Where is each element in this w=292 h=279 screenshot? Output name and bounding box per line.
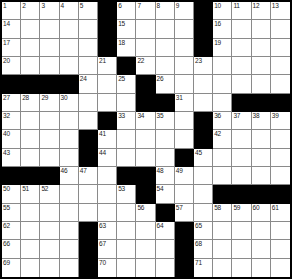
cell-6-2[interactable]: 28 — [21, 94, 40, 112]
cell-7-8[interactable]: 34 — [136, 112, 155, 130]
cell-14-1[interactable]: 66 — [2, 240, 21, 258]
clue-number: 2 — [22, 2, 25, 10]
clue-number: 14 — [3, 20, 10, 28]
clue-number: 39 — [272, 112, 279, 120]
cell-3-3[interactable] — [40, 39, 59, 57]
cell-7-14[interactable]: 38 — [252, 112, 271, 130]
cell-9-14[interactable] — [252, 149, 271, 167]
cell-4-8[interactable]: 22 — [136, 57, 155, 75]
cell-2-5[interactable] — [79, 20, 98, 38]
cell-8-4[interactable] — [60, 130, 79, 148]
cell-8-6[interactable]: 41 — [98, 130, 117, 148]
cell-4-11[interactable]: 23 — [194, 57, 213, 75]
cell-5-9[interactable]: 26 — [156, 75, 175, 93]
cell-8-3[interactable] — [40, 130, 59, 148]
cell-8-7[interactable] — [117, 130, 136, 148]
cell-15-12[interactable] — [213, 259, 232, 277]
cell-7-2[interactable] — [21, 112, 40, 130]
cell-10-5[interactable]: 47 — [79, 167, 98, 185]
cell-9-2[interactable] — [21, 149, 40, 167]
cell-12-11[interactable] — [194, 204, 213, 222]
cell-5-15[interactable] — [271, 75, 290, 93]
cell-6-7[interactable] — [117, 94, 136, 112]
clue-number: 25 — [118, 75, 125, 83]
cell-15-7[interactable] — [117, 259, 136, 277]
black-cell-10-7 — [117, 167, 136, 185]
cell-3-15[interactable] — [271, 39, 290, 57]
cell-4-1[interactable]: 20 — [2, 57, 21, 75]
black-cell-5-4 — [60, 75, 79, 93]
cell-2-3[interactable] — [40, 20, 59, 38]
clue-number: 57 — [176, 204, 183, 212]
cell-11-2[interactable]: 51 — [21, 185, 40, 203]
black-cell-9-5 — [79, 149, 98, 167]
clue-number: 12 — [253, 2, 260, 10]
cell-7-9[interactable]: 35 — [156, 112, 175, 130]
cell-12-12[interactable]: 58 — [213, 204, 232, 222]
clue-number: 46 — [61, 167, 68, 175]
cell-14-7[interactable] — [117, 240, 136, 258]
cell-15-2[interactable] — [21, 259, 40, 277]
clue-number: 28 — [22, 94, 29, 102]
cell-11-4[interactable] — [60, 185, 79, 203]
cell-9-6[interactable]: 44 — [98, 149, 117, 167]
clue-number: 61 — [272, 204, 279, 212]
cell-2-4[interactable] — [60, 20, 79, 38]
clue-number: 26 — [157, 75, 164, 83]
cell-1-13[interactable]: 11 — [232, 2, 251, 20]
clue-number: 15 — [118, 20, 125, 28]
cell-4-5[interactable] — [79, 57, 98, 75]
clue-number: 48 — [157, 167, 164, 175]
black-cell-3-11 — [194, 39, 213, 57]
clue-number: 66 — [3, 240, 10, 248]
cell-4-9[interactable] — [156, 57, 175, 75]
clue-number: 4 — [61, 2, 64, 10]
clue-number: 45 — [195, 149, 202, 157]
cell-3-12[interactable]: 19 — [213, 39, 232, 57]
cell-9-3[interactable] — [40, 149, 59, 167]
cell-12-15[interactable]: 61 — [271, 204, 290, 222]
cell-7-4[interactable] — [60, 112, 79, 130]
cell-4-6[interactable]: 21 — [98, 57, 117, 75]
black-cell-15-5 — [79, 259, 98, 277]
black-cell-8-5 — [79, 130, 98, 148]
cell-8-8[interactable] — [136, 130, 155, 148]
clue-number: 58 — [214, 204, 221, 212]
cell-5-14[interactable] — [252, 75, 271, 93]
cell-14-13[interactable] — [232, 240, 251, 258]
black-cell-11-8 — [136, 185, 155, 203]
black-cell-13-5 — [79, 222, 98, 240]
black-cell-12-9 — [156, 204, 175, 222]
cell-15-11[interactable]: 71 — [194, 259, 213, 277]
cell-15-4[interactable] — [60, 259, 79, 277]
cell-13-12[interactable] — [213, 222, 232, 240]
cell-8-12[interactable]: 42 — [213, 130, 232, 148]
cell-4-2[interactable] — [21, 57, 40, 75]
cell-1-14[interactable]: 12 — [252, 2, 271, 20]
cell-12-6[interactable] — [98, 204, 117, 222]
cell-13-11[interactable]: 65 — [194, 222, 213, 240]
black-cell-14-5 — [79, 240, 98, 258]
cell-11-7[interactable]: 53 — [117, 185, 136, 203]
cell-10-11[interactable] — [194, 167, 213, 185]
clue-number: 18 — [118, 39, 125, 47]
cell-6-5[interactable] — [79, 94, 98, 112]
clue-number: 65 — [195, 222, 202, 230]
cell-10-6[interactable] — [98, 167, 117, 185]
cell-8-1[interactable]: 40 — [2, 130, 21, 148]
clue-number: 55 — [3, 204, 10, 212]
black-cell-1-6 — [98, 2, 117, 20]
clue-number: 24 — [80, 75, 87, 83]
cell-2-8[interactable] — [136, 20, 155, 38]
cell-2-10[interactable] — [175, 20, 194, 38]
clue-number: 36 — [214, 112, 221, 120]
cell-15-6[interactable]: 70 — [98, 259, 117, 277]
black-cell-6-14 — [252, 94, 271, 112]
cell-14-11[interactable]: 68 — [194, 240, 213, 258]
cell-14-2[interactable] — [21, 240, 40, 258]
clue-number: 47 — [80, 167, 87, 175]
cell-2-7[interactable]: 15 — [117, 20, 136, 38]
clue-number: 20 — [3, 57, 10, 65]
cell-5-7[interactable]: 25 — [117, 75, 136, 93]
cell-1-15[interactable]: 13 — [271, 2, 290, 20]
cell-1-9[interactable]: 8 — [156, 2, 175, 20]
black-cell-5-2 — [21, 75, 40, 93]
clue-number: 40 — [3, 130, 10, 138]
cell-7-5[interactable] — [79, 112, 98, 130]
black-cell-7-6 — [98, 112, 117, 130]
cell-14-14[interactable] — [252, 240, 271, 258]
clue-number: 22 — [137, 57, 144, 65]
black-cell-9-10 — [175, 149, 194, 167]
clue-number: 52 — [41, 185, 48, 193]
clue-number: 1 — [3, 2, 6, 10]
cell-12-1[interactable]: 55 — [2, 204, 21, 222]
cell-4-14[interactable] — [252, 57, 271, 75]
cell-13-4[interactable] — [60, 222, 79, 240]
cell-6-12[interactable] — [213, 94, 232, 112]
cell-10-10[interactable]: 49 — [175, 167, 194, 185]
cell-7-10[interactable] — [175, 112, 194, 130]
black-cell-10-1 — [2, 167, 21, 185]
cell-11-5[interactable] — [79, 185, 98, 203]
cell-10-9[interactable]: 48 — [156, 167, 175, 185]
cell-9-13[interactable] — [232, 149, 251, 167]
cell-3-1[interactable]: 17 — [2, 39, 21, 57]
cell-3-2[interactable] — [21, 39, 40, 57]
black-cell-11-14 — [252, 185, 271, 203]
cell-13-14[interactable] — [252, 222, 271, 240]
cell-12-5[interactable] — [79, 204, 98, 222]
cell-12-3[interactable] — [40, 204, 59, 222]
cell-4-10[interactable] — [175, 57, 194, 75]
clue-number: 9 — [176, 2, 179, 10]
cell-9-15[interactable] — [271, 149, 290, 167]
cell-11-6[interactable] — [98, 185, 117, 203]
cell-12-7[interactable] — [117, 204, 136, 222]
cell-2-15[interactable] — [271, 20, 290, 38]
black-cell-11-12 — [213, 185, 232, 203]
cell-3-7[interactable]: 18 — [117, 39, 136, 57]
cell-7-1[interactable]: 32 — [2, 112, 21, 130]
cell-8-14[interactable] — [252, 130, 271, 148]
clue-number: 37 — [233, 112, 240, 120]
cell-1-10[interactable]: 9 — [175, 2, 194, 20]
clue-number: 7 — [137, 2, 140, 10]
cell-15-14[interactable] — [252, 259, 271, 277]
cell-13-2[interactable] — [21, 222, 40, 240]
cell-4-4[interactable] — [60, 57, 79, 75]
cell-3-9[interactable] — [156, 39, 175, 57]
cell-4-15[interactable] — [271, 57, 290, 75]
clue-number: 62 — [3, 222, 10, 230]
clue-number: 49 — [176, 167, 183, 175]
cell-1-7[interactable]: 6 — [117, 2, 136, 20]
cell-9-8[interactable] — [136, 149, 155, 167]
black-cell-8-11 — [194, 130, 213, 148]
black-cell-14-10 — [175, 240, 194, 258]
cell-7-7[interactable]: 33 — [117, 112, 136, 130]
cell-12-13[interactable]: 59 — [232, 204, 251, 222]
clue-number: 38 — [253, 112, 260, 120]
clue-number: 19 — [214, 39, 221, 47]
cell-10-13[interactable] — [232, 167, 251, 185]
cell-11-1[interactable]: 50 — [2, 185, 21, 203]
clue-number: 10 — [214, 2, 221, 10]
cell-13-6[interactable]: 63 — [98, 222, 117, 240]
cell-15-13[interactable] — [232, 259, 251, 277]
cell-8-2[interactable] — [21, 130, 40, 148]
cell-8-10[interactable] — [175, 130, 194, 148]
cell-12-14[interactable]: 60 — [252, 204, 271, 222]
cell-9-7[interactable] — [117, 149, 136, 167]
cell-13-3[interactable] — [40, 222, 59, 240]
cell-9-4[interactable] — [60, 149, 79, 167]
clue-number: 71 — [195, 259, 202, 267]
cell-3-8[interactable] — [136, 39, 155, 57]
black-cell-10-8 — [136, 167, 155, 185]
clue-number: 16 — [214, 20, 221, 28]
clue-number: 64 — [157, 222, 164, 230]
cell-4-3[interactable] — [40, 57, 59, 75]
cell-7-3[interactable] — [40, 112, 59, 130]
cell-5-5[interactable]: 24 — [79, 75, 98, 93]
cell-1-12[interactable]: 10 — [213, 2, 232, 20]
cell-15-1[interactable]: 69 — [2, 259, 21, 277]
cell-13-8[interactable] — [136, 222, 155, 240]
cell-6-1[interactable]: 27 — [2, 94, 21, 112]
black-cell-5-8 — [136, 75, 155, 93]
clue-number: 30 — [61, 94, 68, 102]
cell-12-8[interactable]: 56 — [136, 204, 155, 222]
clue-number: 3 — [41, 2, 44, 10]
clue-number: 59 — [233, 204, 240, 212]
clue-number: 34 — [137, 112, 144, 120]
cell-14-3[interactable] — [40, 240, 59, 258]
cell-3-5[interactable] — [79, 39, 98, 57]
cell-10-15[interactable] — [271, 167, 290, 185]
cell-15-15[interactable] — [271, 259, 290, 277]
cell-1-3[interactable]: 3 — [40, 2, 59, 20]
clue-number: 51 — [22, 185, 29, 193]
black-cell-4-7 — [117, 57, 136, 75]
cell-14-12[interactable] — [213, 240, 232, 258]
cell-14-9[interactable] — [156, 240, 175, 258]
black-cell-1-11 — [194, 2, 213, 20]
cell-7-13[interactable]: 37 — [232, 112, 251, 130]
cell-1-5[interactable]: 5 — [79, 2, 98, 20]
cell-1-4[interactable]: 4 — [60, 2, 79, 20]
cell-5-12[interactable] — [213, 75, 232, 93]
cell-8-9[interactable] — [156, 130, 175, 148]
cell-14-6[interactable]: 67 — [98, 240, 117, 258]
cell-9-11[interactable]: 45 — [194, 149, 213, 167]
black-cell-6-8 — [136, 94, 155, 112]
clue-number: 5 — [80, 2, 83, 10]
black-cell-6-13 — [232, 94, 251, 112]
black-cell-5-1 — [2, 75, 21, 93]
cell-2-14[interactable] — [252, 20, 271, 38]
crossword-grid: 1234567891011121314151617181920212223242… — [0, 0, 292, 279]
black-cell-2-11 — [194, 20, 213, 38]
cell-8-13[interactable] — [232, 130, 251, 148]
clue-number: 27 — [3, 94, 10, 102]
clue-number: 32 — [3, 112, 10, 120]
cell-14-8[interactable] — [136, 240, 155, 258]
cell-6-3[interactable]: 29 — [40, 94, 59, 112]
cell-6-10[interactable]: 31 — [175, 94, 194, 112]
cell-15-9[interactable] — [156, 259, 175, 277]
clue-number: 42 — [214, 130, 221, 138]
black-cell-7-11 — [194, 112, 213, 130]
clue-number: 56 — [137, 204, 144, 212]
cell-14-4[interactable] — [60, 240, 79, 258]
clue-number: 29 — [41, 94, 48, 102]
cell-1-1[interactable]: 1 — [2, 2, 21, 20]
cell-7-15[interactable]: 39 — [271, 112, 290, 130]
cell-7-12[interactable]: 36 — [213, 112, 232, 130]
cell-12-2[interactable] — [21, 204, 40, 222]
cell-3-10[interactable] — [175, 39, 194, 57]
cell-5-10[interactable] — [175, 75, 194, 93]
clue-number: 60 — [253, 204, 260, 212]
cell-12-10[interactable]: 57 — [175, 204, 194, 222]
cell-2-1[interactable]: 14 — [2, 20, 21, 38]
cell-9-12[interactable] — [213, 149, 232, 167]
cell-9-9[interactable] — [156, 149, 175, 167]
cell-15-8[interactable] — [136, 259, 155, 277]
clue-number: 11 — [233, 2, 239, 10]
clue-number: 13 — [272, 2, 279, 10]
cell-2-13[interactable] — [232, 20, 251, 38]
cell-13-15[interactable] — [271, 222, 290, 240]
cell-13-1[interactable]: 62 — [2, 222, 21, 240]
clue-number: 41 — [99, 130, 106, 138]
clue-number: 54 — [157, 185, 164, 193]
clue-number: 67 — [99, 240, 106, 248]
cell-15-3[interactable] — [40, 259, 59, 277]
black-cell-6-15 — [271, 94, 290, 112]
cell-13-9[interactable]: 64 — [156, 222, 175, 240]
cell-10-12[interactable] — [213, 167, 232, 185]
cell-2-12[interactable]: 16 — [213, 20, 232, 38]
cell-3-4[interactable] — [60, 39, 79, 57]
clue-number: 8 — [157, 2, 160, 10]
black-cell-10-3 — [40, 167, 59, 185]
cell-1-8[interactable]: 7 — [136, 2, 155, 20]
cell-14-15[interactable] — [271, 240, 290, 258]
cell-10-4[interactable]: 46 — [60, 167, 79, 185]
cell-3-13[interactable] — [232, 39, 251, 57]
cell-9-1[interactable]: 43 — [2, 149, 21, 167]
cell-5-11[interactable] — [194, 75, 213, 93]
cell-6-6[interactable] — [98, 94, 117, 112]
clue-number: 69 — [3, 259, 10, 267]
clue-number: 63 — [99, 222, 106, 230]
cell-13-13[interactable] — [232, 222, 251, 240]
black-cell-15-10 — [175, 259, 194, 277]
clue-number: 6 — [118, 2, 121, 10]
black-cell-5-3 — [40, 75, 59, 93]
cell-2-2[interactable] — [21, 20, 40, 38]
cell-5-6[interactable] — [98, 75, 117, 93]
cell-11-9[interactable]: 54 — [156, 185, 175, 203]
cell-1-2[interactable]: 2 — [21, 2, 40, 20]
clue-number: 50 — [3, 185, 10, 193]
cell-11-3[interactable]: 52 — [40, 185, 59, 203]
clue-number: 23 — [195, 57, 202, 65]
clue-number: 44 — [99, 149, 106, 157]
cell-12-4[interactable] — [60, 204, 79, 222]
cell-10-14[interactable] — [252, 167, 271, 185]
clue-number: 21 — [99, 57, 106, 65]
cell-6-4[interactable]: 30 — [60, 94, 79, 112]
cell-4-13[interactable] — [232, 57, 251, 75]
cell-3-14[interactable] — [252, 39, 271, 57]
cell-4-12[interactable] — [213, 57, 232, 75]
black-cell-13-10 — [175, 222, 194, 240]
black-cell-10-2 — [21, 167, 40, 185]
cell-2-9[interactable] — [156, 20, 175, 38]
black-cell-6-9 — [156, 94, 175, 112]
cell-6-11[interactable] — [194, 94, 213, 112]
cell-5-13[interactable] — [232, 75, 251, 93]
clue-number: 17 — [3, 39, 10, 47]
cell-8-15[interactable] — [271, 130, 290, 148]
cell-13-7[interactable] — [117, 222, 136, 240]
black-cell-2-6 — [98, 20, 117, 38]
clue-number: 31 — [176, 94, 183, 102]
clue-number: 43 — [3, 149, 10, 157]
clue-number: 70 — [99, 259, 106, 267]
black-cell-11-15 — [271, 185, 290, 203]
clue-number: 33 — [118, 112, 125, 120]
clue-number: 53 — [118, 185, 125, 193]
black-cell-11-13 — [232, 185, 251, 203]
black-cell-3-6 — [98, 39, 117, 57]
clue-number: 68 — [195, 240, 202, 248]
cell-11-11[interactable] — [194, 185, 213, 203]
clue-number: 35 — [157, 112, 164, 120]
cell-11-10[interactable] — [175, 185, 194, 203]
